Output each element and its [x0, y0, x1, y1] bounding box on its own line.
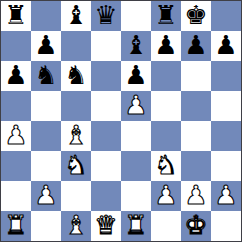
- square-h4[interactable]: [211, 121, 241, 151]
- square-f5[interactable]: [151, 91, 181, 121]
- square-h2[interactable]: ♟: [211, 181, 241, 211]
- piece-black-knight: ♞: [34, 62, 57, 88]
- piece-black-pawn: ♟: [34, 32, 57, 58]
- square-a3[interactable]: [1, 151, 31, 181]
- square-f8[interactable]: ♜: [151, 1, 181, 31]
- square-e1[interactable]: ♜: [121, 211, 151, 241]
- piece-white-pawn: ♟: [34, 182, 57, 208]
- square-e4[interactable]: [121, 121, 151, 151]
- square-f6[interactable]: [151, 61, 181, 91]
- piece-white-pawn: ♟: [4, 122, 27, 148]
- square-e5[interactable]: ♟: [121, 91, 151, 121]
- piece-black-rook: ♜: [4, 2, 27, 28]
- square-a8[interactable]: ♜: [1, 1, 31, 31]
- piece-white-bishop: ♝: [64, 212, 87, 238]
- chess-board: ♜♝♛♜♚♟♝♟♟♟♟♞♞♟♟♟♝♞♞♟♟♟♟♜♝♛♜♚: [0, 0, 242, 242]
- square-c8[interactable]: ♝: [61, 1, 91, 31]
- piece-black-bishop: ♝: [124, 32, 147, 58]
- piece-white-bishop: ♝: [64, 122, 87, 148]
- square-a7[interactable]: [1, 31, 31, 61]
- piece-black-rook: ♜: [154, 2, 177, 28]
- piece-black-knight: ♞: [64, 62, 87, 88]
- square-h7[interactable]: ♟: [211, 31, 241, 61]
- square-b2[interactable]: ♟: [31, 181, 61, 211]
- square-d7[interactable]: [91, 31, 121, 61]
- square-d8[interactable]: ♛: [91, 1, 121, 31]
- piece-white-king: ♚: [184, 212, 207, 238]
- square-d6[interactable]: [91, 61, 121, 91]
- square-b8[interactable]: [31, 1, 61, 31]
- square-e2[interactable]: [121, 181, 151, 211]
- square-a1[interactable]: ♜: [1, 211, 31, 241]
- square-d3[interactable]: [91, 151, 121, 181]
- square-h5[interactable]: [211, 91, 241, 121]
- square-b6[interactable]: ♞: [31, 61, 61, 91]
- piece-white-knight: ♞: [64, 152, 87, 178]
- square-b1[interactable]: [31, 211, 61, 241]
- square-f3[interactable]: ♞: [151, 151, 181, 181]
- square-g1[interactable]: ♚: [181, 211, 211, 241]
- square-h8[interactable]: [211, 1, 241, 31]
- square-d1[interactable]: ♛: [91, 211, 121, 241]
- piece-black-bishop: ♝: [64, 2, 87, 28]
- piece-black-pawn: ♟: [214, 32, 237, 58]
- square-g6[interactable]: [181, 61, 211, 91]
- piece-white-pawn: ♟: [184, 182, 207, 208]
- piece-white-queen: ♛: [94, 212, 117, 238]
- piece-white-rook: ♜: [124, 212, 147, 238]
- piece-white-rook: ♜: [4, 212, 27, 238]
- piece-black-king: ♚: [184, 2, 207, 28]
- piece-black-pawn: ♟: [184, 32, 207, 58]
- square-f2[interactable]: ♟: [151, 181, 181, 211]
- square-e7[interactable]: ♝: [121, 31, 151, 61]
- square-d2[interactable]: [91, 181, 121, 211]
- square-g5[interactable]: [181, 91, 211, 121]
- square-g8[interactable]: ♚: [181, 1, 211, 31]
- square-g2[interactable]: ♟: [181, 181, 211, 211]
- square-c1[interactable]: ♝: [61, 211, 91, 241]
- square-c5[interactable]: [61, 91, 91, 121]
- square-h6[interactable]: [211, 61, 241, 91]
- piece-black-pawn: ♟: [154, 32, 177, 58]
- square-d5[interactable]: [91, 91, 121, 121]
- square-a2[interactable]: [1, 181, 31, 211]
- square-b4[interactable]: [31, 121, 61, 151]
- piece-white-pawn: ♟: [154, 182, 177, 208]
- piece-white-knight: ♞: [154, 152, 177, 178]
- piece-black-pawn: ♟: [124, 62, 147, 88]
- square-h1[interactable]: [211, 211, 241, 241]
- square-c4[interactable]: ♝: [61, 121, 91, 151]
- square-e3[interactable]: [121, 151, 151, 181]
- square-d4[interactable]: [91, 121, 121, 151]
- square-c3[interactable]: ♞: [61, 151, 91, 181]
- square-e8[interactable]: [121, 1, 151, 31]
- square-a4[interactable]: ♟: [1, 121, 31, 151]
- piece-white-pawn: ♟: [124, 92, 147, 118]
- square-b7[interactable]: ♟: [31, 31, 61, 61]
- square-e6[interactable]: ♟: [121, 61, 151, 91]
- square-a5[interactable]: [1, 91, 31, 121]
- square-b5[interactable]: [31, 91, 61, 121]
- square-f1[interactable]: [151, 211, 181, 241]
- square-g7[interactable]: ♟: [181, 31, 211, 61]
- piece-black-queen: ♛: [94, 2, 117, 28]
- square-h3[interactable]: [211, 151, 241, 181]
- piece-white-pawn: ♟: [214, 182, 237, 208]
- square-c7[interactable]: [61, 31, 91, 61]
- square-f4[interactable]: [151, 121, 181, 151]
- square-b3[interactable]: [31, 151, 61, 181]
- square-g4[interactable]: [181, 121, 211, 151]
- square-g3[interactable]: [181, 151, 211, 181]
- piece-black-pawn: ♟: [4, 62, 27, 88]
- square-a6[interactable]: ♟: [1, 61, 31, 91]
- square-c6[interactable]: ♞: [61, 61, 91, 91]
- square-f7[interactable]: ♟: [151, 31, 181, 61]
- square-c2[interactable]: [61, 181, 91, 211]
